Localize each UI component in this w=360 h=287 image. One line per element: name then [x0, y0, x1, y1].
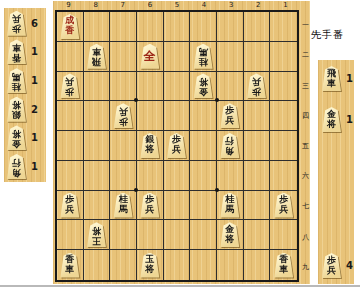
- piece-char: 馬: [225, 205, 234, 215]
- piece-char: 兵: [172, 145, 181, 155]
- sente-pawn-piece[interactable]: 歩兵: [321, 253, 342, 278]
- square-f4-r9[interactable]: [190, 250, 217, 280]
- square-f6-r4[interactable]: [137, 101, 164, 131]
- piece-char: 兵: [327, 266, 336, 276]
- square-f4-r4[interactable]: [190, 101, 217, 131]
- gote-king-piece[interactable]: 王将: [86, 222, 107, 247]
- square-f3-r4[interactable]: 歩兵: [217, 101, 244, 131]
- square-f4-r6[interactable]: [190, 161, 217, 191]
- piece-char: 兵: [279, 205, 288, 215]
- piece-char: 角: [12, 167, 21, 177]
- piece-char: 馬: [119, 205, 128, 215]
- piece-char: 車: [279, 265, 288, 275]
- square-f9-r6[interactable]: [57, 161, 84, 191]
- piece-char: 歩: [12, 23, 21, 33]
- sente-lance-piece[interactable]: 香車: [59, 253, 80, 278]
- square-f6-r9[interactable]: 玉将: [137, 250, 164, 280]
- piece-char: 車: [327, 79, 336, 89]
- square-f1-r9[interactable]: 香車: [270, 250, 297, 280]
- square-f1-r6[interactable]: [270, 161, 297, 191]
- square-f6-r3[interactable]: [137, 72, 164, 102]
- square-f8-r3[interactable]: [84, 72, 111, 102]
- sente-knight-piece[interactable]: 桂馬: [219, 193, 240, 218]
- square-f8-r4[interactable]: [84, 101, 111, 131]
- gote-hand-silver-count: 2: [31, 104, 38, 115]
- gote-bishop-piece[interactable]: 角行: [6, 154, 27, 179]
- rank-label-9: 九: [301, 252, 310, 282]
- piece-char: 兵: [119, 106, 128, 116]
- square-f4-r1[interactable]: [190, 12, 217, 42]
- gote-hand-pawn-count: 6: [31, 18, 38, 29]
- square-f8-r9[interactable]: [84, 250, 111, 280]
- file-label-2: 2: [245, 1, 272, 10]
- rank-label-2: 二: [301, 40, 310, 70]
- piece-char: 車: [65, 265, 74, 275]
- sente-hand-rook-count: 1: [346, 73, 353, 84]
- square-f5-r7[interactable]: [164, 191, 191, 221]
- shogi-board-panel: 987654321 成香飛車全桂馬歩兵金将歩兵歩兵歩兵銀将歩兵角行歩兵桂馬歩兵桂…: [53, 1, 310, 284]
- square-f6-r2[interactable]: 全: [137, 42, 164, 72]
- sente-king-piece[interactable]: 玉将: [139, 253, 160, 278]
- square-f3-r5[interactable]: 角行: [217, 131, 244, 161]
- hoshi-dot-1: [134, 98, 138, 102]
- square-f7-r3[interactable]: [110, 72, 137, 102]
- sente-hand-pawn[interactable]: 歩兵4: [319, 253, 353, 278]
- piece-char: 兵: [65, 205, 74, 215]
- square-f6-r8[interactable]: [137, 220, 164, 250]
- sente-pawn-piece[interactable]: 歩兵: [166, 133, 187, 158]
- square-f6-r1[interactable]: [137, 12, 164, 42]
- rank-label-1: 一: [301, 10, 310, 40]
- piece-char: 兵: [225, 116, 234, 126]
- square-f5-r5[interactable]: 歩兵: [164, 131, 191, 161]
- rank-labels: 一二三四五六七八九: [301, 10, 310, 282]
- square-f1-r7[interactable]: 歩兵: [270, 191, 297, 221]
- piece-char: 金: [199, 86, 208, 96]
- square-f8-r8[interactable]: 王将: [84, 220, 111, 250]
- gote-pawn-piece[interactable]: 歩兵: [6, 11, 27, 36]
- square-f5-r8[interactable]: [164, 220, 191, 250]
- square-f1-r5[interactable]: [270, 131, 297, 161]
- rank-label-5: 五: [301, 131, 310, 161]
- square-f3-r7[interactable]: 桂馬: [217, 191, 244, 221]
- piece-char: 歩: [252, 86, 261, 96]
- square-f1-r2[interactable]: [270, 42, 297, 72]
- rank-label-4: 四: [301, 101, 310, 131]
- square-f7-r6[interactable]: [110, 161, 137, 191]
- square-f5-r9[interactable]: [164, 250, 191, 280]
- square-f4-r8[interactable]: [190, 220, 217, 250]
- gote-knight-piece[interactable]: 桂馬: [193, 44, 214, 69]
- sente-gold-piece[interactable]: 金将: [219, 222, 240, 247]
- piece-char: 兵: [12, 13, 21, 23]
- square-f3-r8[interactable]: 金将: [217, 220, 244, 250]
- sente-hand-gold-count: 1: [346, 114, 353, 125]
- square-f9-r5[interactable]: [57, 131, 84, 161]
- square-f1-r1[interactable]: [270, 12, 297, 42]
- piece-char: 将: [145, 145, 154, 155]
- gote-captured-stand: 歩兵6香車1桂馬1銀将2金将1角行1: [4, 8, 46, 182]
- square-f2-r9[interactable]: [244, 250, 271, 280]
- square-f3-r3[interactable]: [217, 72, 244, 102]
- piece-char: 将: [12, 128, 21, 138]
- gote-hand-knight-count: 1: [31, 75, 38, 86]
- square-f3-r1[interactable]: [217, 12, 244, 42]
- piece-char: 兵: [65, 76, 74, 86]
- square-f1-r8[interactable]: [270, 220, 297, 250]
- square-f2-r1[interactable]: [244, 12, 271, 42]
- rank-label-8: 八: [301, 222, 310, 252]
- shogi-diagram: 歩兵6香車1桂馬1銀将2金将1角行1 987654321 成香飛車全桂馬歩兵金将…: [0, 0, 360, 287]
- piece-char: 車: [12, 42, 21, 52]
- square-f5-r4[interactable]: [164, 101, 191, 131]
- sente-silver-piece[interactable]: 銀将: [139, 133, 160, 158]
- gote-pawn-piece[interactable]: 歩兵: [246, 73, 267, 98]
- piece-char: 将: [199, 76, 208, 86]
- sente-knight-piece[interactable]: 桂馬: [113, 193, 134, 218]
- piece-char: 香: [12, 52, 21, 62]
- piece-char: 王: [92, 235, 101, 245]
- sente-gold-piece[interactable]: 金将: [321, 107, 342, 132]
- square-f5-r6[interactable]: [164, 161, 191, 191]
- square-f9-r9[interactable]: 香車: [57, 250, 84, 280]
- shogi-board-grid: 成香飛車全桂馬歩兵金将歩兵歩兵歩兵銀将歩兵角行歩兵桂馬歩兵桂馬歩兵王将金将香車玉…: [55, 10, 299, 282]
- rank-label-7: 七: [301, 191, 310, 221]
- square-f8-r2[interactable]: 飛車: [84, 42, 111, 72]
- square-f2-r2[interactable]: [244, 42, 271, 72]
- square-f3-r9[interactable]: [217, 250, 244, 280]
- square-f9-r4[interactable]: [57, 101, 84, 131]
- sente-promoted-silver-piece[interactable]: 全: [139, 44, 160, 69]
- file-label-5: 5: [163, 1, 190, 10]
- piece-char: 行: [225, 135, 234, 145]
- gote-silver-piece[interactable]: 銀将: [6, 97, 27, 122]
- gote-gold-piece[interactable]: 金将: [6, 125, 27, 150]
- piece-char: 車: [92, 46, 101, 56]
- square-f7-r7[interactable]: 桂馬: [110, 191, 137, 221]
- square-f7-r4[interactable]: 歩兵: [110, 101, 137, 131]
- file-label-6: 6: [136, 1, 163, 10]
- piece-char: 兵: [252, 76, 261, 86]
- sente-pawn-piece[interactable]: 歩兵: [273, 193, 294, 218]
- square-f5-r1[interactable]: [164, 12, 191, 42]
- square-f4-r2[interactable]: 桂馬: [190, 42, 217, 72]
- sente-hand-pawn-count: 4: [346, 260, 353, 271]
- file-labels: 987654321: [55, 1, 299, 10]
- square-f2-r6[interactable]: [244, 161, 271, 191]
- gote-hand-gold-count: 1: [31, 132, 38, 143]
- sente-pawn-piece[interactable]: 歩兵: [219, 103, 240, 128]
- file-label-7: 7: [109, 1, 136, 10]
- gote-lance-piece[interactable]: 香車: [6, 39, 27, 64]
- square-f6-r6[interactable]: [137, 161, 164, 191]
- square-f9-r1[interactable]: 成香: [57, 12, 84, 42]
- square-f8-r6[interactable]: [84, 161, 111, 191]
- gote-hand-bishop[interactable]: 角行1: [4, 154, 46, 179]
- hoshi-dot-2: [215, 98, 219, 102]
- piece-char: 将: [12, 99, 21, 109]
- square-f8-r5[interactable]: [84, 131, 111, 161]
- piece-char: 飛: [327, 69, 336, 79]
- piece-char: 桂: [199, 56, 208, 66]
- gote-hand-knight[interactable]: 桂馬1: [4, 68, 46, 93]
- square-f8-r1[interactable]: [84, 12, 111, 42]
- sente-captured-stand: 飛車1金将1歩兵4: [318, 60, 354, 284]
- piece-char: 桂: [12, 81, 21, 91]
- rank-label-6: 六: [301, 161, 310, 191]
- square-f3-r2[interactable]: [217, 42, 244, 72]
- square-f2-r7[interactable]: [244, 191, 271, 221]
- piece-char: 金: [12, 138, 21, 148]
- piece-char: 飛: [92, 56, 101, 66]
- gote-bishop-piece[interactable]: 角行: [219, 133, 240, 158]
- square-f2-r5[interactable]: [244, 131, 271, 161]
- gote-rook-piece[interactable]: 飛車: [86, 44, 107, 69]
- square-f7-r5[interactable]: [110, 131, 137, 161]
- square-f7-r2[interactable]: [110, 42, 137, 72]
- piece-char: 行: [12, 157, 21, 167]
- sente-hand-rook[interactable]: 飛車1: [319, 66, 353, 91]
- gote-pawn-piece[interactable]: 歩兵: [59, 73, 80, 98]
- square-f5-r2[interactable]: [164, 42, 191, 72]
- square-f9-r7[interactable]: 歩兵: [57, 191, 84, 221]
- square-f2-r8[interactable]: [244, 220, 271, 250]
- square-f1-r3[interactable]: [270, 72, 297, 102]
- square-f9-r2[interactable]: [57, 42, 84, 72]
- square-f6-r7[interactable]: 歩兵: [137, 191, 164, 221]
- piece-char: 兵: [145, 205, 154, 215]
- file-label-8: 8: [82, 1, 109, 10]
- square-f7-r9[interactable]: [110, 250, 137, 280]
- piece-char: 歩: [327, 256, 336, 266]
- square-f9-r8[interactable]: [57, 220, 84, 250]
- square-f4-r7[interactable]: [190, 191, 217, 221]
- gote-hand-lance[interactable]: 香車1: [4, 39, 46, 64]
- gote-hand-silver[interactable]: 銀将2: [4, 97, 46, 122]
- square-f5-r3[interactable]: [164, 72, 191, 102]
- piece-char: 角: [225, 145, 234, 155]
- square-f4-r5[interactable]: [190, 131, 217, 161]
- gote-hand-bishop-count: 1: [31, 161, 38, 172]
- piece-char: 将: [327, 120, 336, 130]
- piece-char: 全: [144, 50, 156, 63]
- file-label-4: 4: [191, 1, 218, 10]
- gote-hand-pawn[interactable]: 歩兵6: [4, 11, 46, 36]
- gote-pawn-piece[interactable]: 歩兵: [113, 103, 134, 128]
- sente-promoted-lance-piece[interactable]: 成香: [59, 14, 80, 39]
- piece-char: 馬: [12, 71, 21, 81]
- piece-char: 銀: [12, 109, 21, 119]
- hoshi-dot-3: [134, 188, 138, 192]
- rank-label-3: 三: [301, 70, 310, 100]
- square-f7-r1[interactable]: [110, 12, 137, 42]
- square-f8-r7[interactable]: [84, 191, 111, 221]
- sente-hand-gold[interactable]: 金将1: [319, 107, 353, 132]
- gote-gold-piece[interactable]: 金将: [193, 73, 214, 98]
- turn-indicator: 先手番: [311, 28, 344, 42]
- file-label-9: 9: [55, 1, 82, 10]
- piece-char: 香: [65, 26, 74, 36]
- file-label-1: 1: [272, 1, 299, 10]
- square-f4-r3[interactable]: 金将: [190, 72, 217, 102]
- piece-char: 将: [92, 225, 101, 235]
- piece-char: 将: [145, 265, 154, 275]
- square-f2-r3[interactable]: 歩兵: [244, 72, 271, 102]
- file-label-3: 3: [218, 1, 245, 10]
- square-f3-r6[interactable]: [217, 161, 244, 191]
- square-f1-r4[interactable]: [270, 101, 297, 131]
- hoshi-dot-4: [215, 188, 219, 192]
- piece-char: 金: [327, 110, 336, 120]
- sente-pawn-piece[interactable]: 歩兵: [139, 193, 160, 218]
- square-f7-r8[interactable]: [110, 220, 137, 250]
- sente-rook-piece[interactable]: 飛車: [321, 66, 342, 91]
- gote-hand-gold[interactable]: 金将1: [4, 125, 46, 150]
- piece-char: 歩: [119, 116, 128, 126]
- square-f2-r4[interactable]: [244, 101, 271, 131]
- piece-char: 歩: [65, 86, 74, 96]
- square-f9-r3[interactable]: 歩兵: [57, 72, 84, 102]
- piece-char: 将: [225, 235, 234, 245]
- gote-hand-lance-count: 1: [31, 46, 38, 57]
- sente-lance-piece[interactable]: 香車: [273, 253, 294, 278]
- gote-knight-piece[interactable]: 桂馬: [6, 68, 27, 93]
- piece-char: 馬: [199, 46, 208, 56]
- square-f6-r5[interactable]: 銀将: [137, 131, 164, 161]
- sente-pawn-piece[interactable]: 歩兵: [59, 193, 80, 218]
